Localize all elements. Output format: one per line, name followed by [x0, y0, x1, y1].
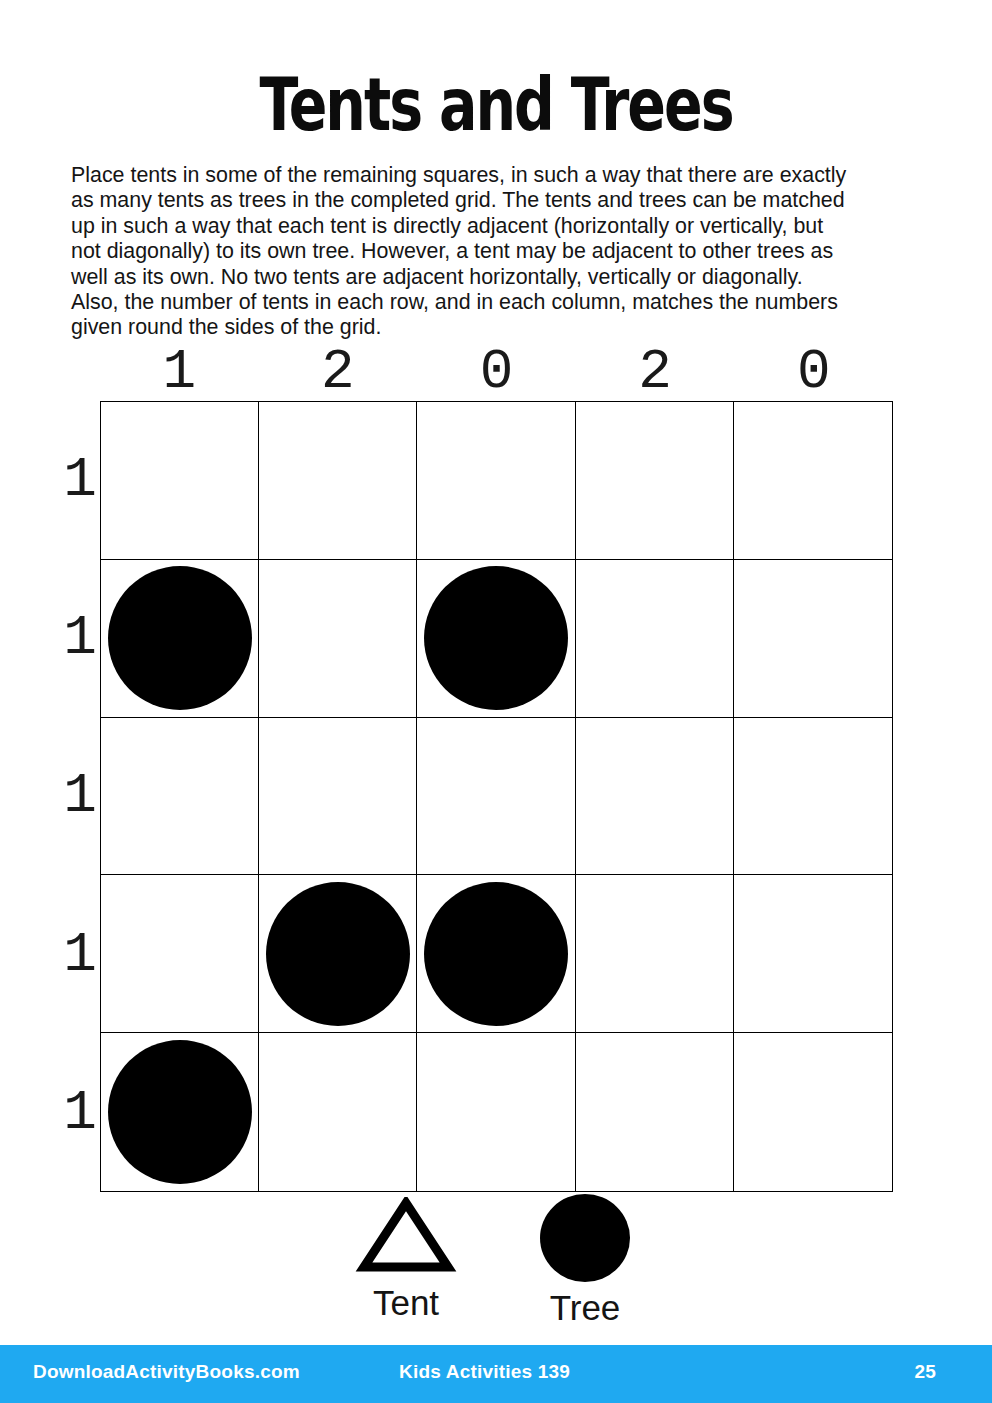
- row-clue-1: 1: [58, 401, 102, 559]
- cell-r3c1[interactable]: [101, 718, 259, 876]
- cell-r5c2[interactable]: [259, 1033, 417, 1191]
- page-title-text: Tents and Trees: [259, 37, 732, 170]
- footer-website: DownloadActivityBooks.com: [33, 1361, 334, 1383]
- instructions-line: well as its own. No two tents are adjace…: [71, 265, 931, 290]
- cell-r4c3[interactable]: [417, 875, 575, 1033]
- cell-r1c1[interactable]: [101, 402, 259, 560]
- instructions-line: not diagonally) to its own tree. However…: [71, 239, 931, 264]
- legend-tent: Tent: [352, 1197, 460, 1323]
- instructions-line: Also, the number of tents in each row, a…: [71, 290, 931, 315]
- tree-icon: [424, 566, 568, 710]
- tree-icon: [108, 1040, 252, 1184]
- cell-r3c4[interactable]: [576, 718, 734, 876]
- instructions-line: up in such a way that each tent is direc…: [71, 214, 931, 239]
- tent-icon: [354, 1197, 458, 1273]
- col-clue-2: 2: [259, 340, 418, 406]
- board: [100, 401, 893, 1192]
- cell-r1c4[interactable]: [576, 402, 734, 560]
- cell-r1c3[interactable]: [417, 402, 575, 560]
- cell-r3c3[interactable]: [417, 718, 575, 876]
- instructions-line: Place tents in some of the remaining squ…: [71, 163, 931, 188]
- row-clue-4: 1: [58, 876, 102, 1034]
- footer-book-title: Kids Activities 139: [334, 1361, 635, 1383]
- cell-r3c2[interactable]: [259, 718, 417, 876]
- cell-r4c5[interactable]: [734, 875, 892, 1033]
- cell-r3c5[interactable]: [734, 718, 892, 876]
- col-clues: 12020: [100, 340, 893, 398]
- cell-r1c5[interactable]: [734, 402, 892, 560]
- tree-icon: [540, 1194, 630, 1282]
- cell-r5c1[interactable]: [101, 1033, 259, 1191]
- footer-page-number: 25: [635, 1361, 936, 1383]
- tent-label: Tent: [352, 1283, 460, 1323]
- cell-r4c2[interactable]: [259, 875, 417, 1033]
- col-clue-1: 1: [100, 340, 259, 406]
- col-clue-5: 0: [734, 340, 893, 406]
- cell-r2c2[interactable]: [259, 560, 417, 718]
- col-clue-4: 2: [576, 340, 735, 406]
- cell-r5c5[interactable]: [734, 1033, 892, 1191]
- cell-r4c1[interactable]: [101, 875, 259, 1033]
- cell-r4c4[interactable]: [576, 875, 734, 1033]
- tree-icon: [108, 566, 252, 710]
- row-clues: 11111: [58, 401, 102, 1192]
- instructions-line: as many tents as trees in the completed …: [71, 188, 931, 213]
- tree-label: Tree: [535, 1288, 635, 1328]
- tree-icon: [424, 882, 568, 1026]
- footer: DownloadActivityBooks.com Kids Activitie…: [0, 1345, 992, 1403]
- cell-r2c3[interactable]: [417, 560, 575, 718]
- cell-r2c5[interactable]: [734, 560, 892, 718]
- cell-r2c4[interactable]: [576, 560, 734, 718]
- cell-r1c2[interactable]: [259, 402, 417, 560]
- tree-icon: [266, 882, 410, 1026]
- worksheet-page: Tents and Trees Place tents in some of t…: [0, 0, 992, 1403]
- col-clue-3: 0: [417, 340, 576, 406]
- instructions-line: given round the sides of the grid.: [71, 315, 931, 340]
- row-clue-3: 1: [58, 717, 102, 875]
- cell-r2c1[interactable]: [101, 560, 259, 718]
- cell-r5c3[interactable]: [417, 1033, 575, 1191]
- cell-r5c4[interactable]: [576, 1033, 734, 1191]
- row-clue-5: 1: [58, 1034, 102, 1192]
- instructions: Place tents in some of the remaining squ…: [71, 163, 931, 341]
- legend-tree: Tree: [535, 1194, 635, 1328]
- page-title: Tents and Trees: [0, 52, 992, 156]
- row-clue-2: 1: [58, 559, 102, 717]
